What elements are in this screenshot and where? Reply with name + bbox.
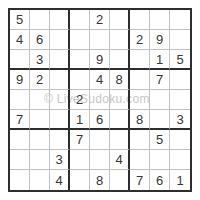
cell-r1c2[interactable] (30, 10, 50, 30)
cell-r9c9[interactable]: 1 (170, 170, 190, 190)
cell-r4c9[interactable] (170, 70, 190, 90)
cell-r6c8[interactable] (150, 110, 170, 130)
cell-r2c4[interactable] (70, 30, 90, 50)
cell-r7c1[interactable] (10, 130, 30, 150)
cell-r5c1[interactable] (10, 90, 30, 110)
cell-r3c7[interactable] (130, 50, 150, 70)
cell-r2c2[interactable]: 6 (30, 30, 50, 50)
cell-r8c7[interactable] (130, 150, 150, 170)
cell-r5c8[interactable] (150, 90, 170, 110)
cell-r9c1[interactable] (10, 170, 30, 190)
cell-r8c5[interactable] (90, 150, 110, 170)
cell-r2c8[interactable]: 9 (150, 30, 170, 50)
cell-r7c7[interactable] (130, 130, 150, 150)
cell-r6c6[interactable] (110, 110, 130, 130)
cell-r5c6[interactable] (110, 90, 130, 110)
cell-r7c3[interactable] (50, 130, 70, 150)
cell-r5c5[interactable] (90, 90, 110, 110)
cell-r2c5[interactable] (90, 30, 110, 50)
cell-r2c3[interactable] (50, 30, 70, 50)
cell-r7c9[interactable] (170, 130, 190, 150)
cell-r3c6[interactable] (110, 50, 130, 70)
cell-r3c1[interactable] (10, 50, 30, 70)
cell-r8c9[interactable] (170, 150, 190, 170)
cell-r7c8[interactable]: 5 (150, 130, 170, 150)
cell-r5c7[interactable] (130, 90, 150, 110)
cell-r1c6[interactable] (110, 10, 130, 30)
cell-r8c2[interactable] (30, 150, 50, 170)
cell-r4c1[interactable]: 9 (10, 70, 30, 90)
cell-r6c1[interactable]: 7 (10, 110, 30, 130)
cell-r6c4[interactable]: 1 (70, 110, 90, 130)
cell-r4c7[interactable] (130, 70, 150, 90)
cell-r6c2[interactable] (30, 110, 50, 130)
sudoku-board: 524629391592487271683753448761 (8, 8, 192, 192)
cell-r7c2[interactable] (30, 130, 50, 150)
cell-r9c5[interactable]: 8 (90, 170, 110, 190)
cell-r1c7[interactable] (130, 10, 150, 30)
cell-r1c5[interactable]: 2 (90, 10, 110, 30)
cell-r9c7[interactable]: 7 (130, 170, 150, 190)
cell-r3c5[interactable]: 9 (90, 50, 110, 70)
cell-r8c3[interactable]: 3 (50, 150, 70, 170)
cell-r3c4[interactable] (70, 50, 90, 70)
cell-r9c8[interactable]: 6 (150, 170, 170, 190)
cell-r8c8[interactable] (150, 150, 170, 170)
cell-r1c8[interactable] (150, 10, 170, 30)
sudoku-page: © LiveSudoku.com 52462939159248727168375… (0, 0, 200, 200)
cell-r1c1[interactable]: 5 (10, 10, 30, 30)
cell-r3c3[interactable] (50, 50, 70, 70)
cell-r3c9[interactable]: 5 (170, 50, 190, 70)
cell-r8c4[interactable] (70, 150, 90, 170)
cell-r4c8[interactable]: 7 (150, 70, 170, 90)
cell-r9c3[interactable]: 4 (50, 170, 70, 190)
cell-r7c6[interactable] (110, 130, 130, 150)
cell-r7c4[interactable]: 7 (70, 130, 90, 150)
cell-r1c9[interactable] (170, 10, 190, 30)
cell-r4c2[interactable]: 2 (30, 70, 50, 90)
cell-r4c4[interactable] (70, 70, 90, 90)
cell-r5c2[interactable] (30, 90, 50, 110)
cell-r3c8[interactable]: 1 (150, 50, 170, 70)
cell-r8c6[interactable]: 4 (110, 150, 130, 170)
cell-r5c9[interactable] (170, 90, 190, 110)
cell-r6c3[interactable] (50, 110, 70, 130)
cell-r1c3[interactable] (50, 10, 70, 30)
cell-r2c7[interactable]: 2 (130, 30, 150, 50)
cell-r7c5[interactable] (90, 130, 110, 150)
cell-r9c4[interactable] (70, 170, 90, 190)
cell-r1c4[interactable] (70, 10, 90, 30)
cell-r5c3[interactable] (50, 90, 70, 110)
cell-r2c9[interactable] (170, 30, 190, 50)
cell-r6c5[interactable]: 6 (90, 110, 110, 130)
cell-r3c2[interactable]: 3 (30, 50, 50, 70)
cell-r9c2[interactable] (30, 170, 50, 190)
cell-r5c4[interactable]: 2 (70, 90, 90, 110)
cell-r9c6[interactable] (110, 170, 130, 190)
cell-r6c9[interactable]: 3 (170, 110, 190, 130)
cell-r4c3[interactable] (50, 70, 70, 90)
cell-r2c1[interactable]: 4 (10, 30, 30, 50)
cell-r4c5[interactable]: 4 (90, 70, 110, 90)
cell-r8c1[interactable] (10, 150, 30, 170)
cell-r6c7[interactable]: 8 (130, 110, 150, 130)
cell-r2c6[interactable] (110, 30, 130, 50)
cell-r4c6[interactable]: 8 (110, 70, 130, 90)
